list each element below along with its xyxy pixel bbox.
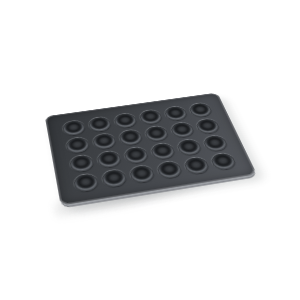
muffin-cup-r2c4	[143, 125, 169, 142]
muffin-cup-grid	[45, 93, 257, 206]
muffin-cup-r3c1	[68, 154, 94, 173]
muffin-cup-r1c1	[61, 120, 85, 137]
muffin-cup-r1c4	[138, 109, 163, 125]
muffin-cup-r1c6	[187, 102, 213, 118]
muffin-cup-r3c4	[149, 142, 176, 160]
muffin-cup-r4c3	[128, 164, 155, 183]
muffin-cup-r1c2	[87, 116, 112, 132]
muffin-cup-r3c2	[96, 150, 122, 168]
muffin-cup-r2c2	[91, 132, 116, 149]
muffin-cup-r4c5	[182, 156, 210, 175]
muffin-cup-r4c4	[155, 160, 183, 179]
muffin-pan	[45, 93, 257, 206]
muffin-cup-r3c6	[201, 134, 228, 152]
muffin-cup-r2c6	[194, 118, 221, 135]
muffin-cup-r1c3	[113, 112, 138, 128]
photo-canvas	[0, 0, 300, 300]
muffin-cup-r2c3	[117, 129, 143, 146]
muffin-cup-r4c1	[72, 173, 99, 193]
muffin-cup-r2c5	[169, 121, 195, 138]
muffin-cup-r4c6	[209, 152, 237, 171]
muffin-cup-r3c5	[175, 138, 202, 156]
photo-scene	[0, 0, 300, 300]
muffin-cup-r4c2	[100, 168, 127, 188]
muffin-cup-r1c5	[163, 105, 188, 121]
muffin-cup-r2c1	[65, 136, 90, 154]
muffin-cup-r3c3	[122, 146, 149, 164]
